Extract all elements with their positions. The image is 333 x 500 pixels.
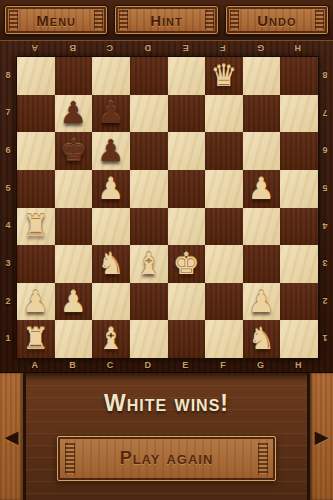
piece-white-king[interactable]: ♚ bbox=[173, 249, 200, 279]
square-c4[interactable] bbox=[92, 208, 130, 246]
square-c3[interactable]: ♞ bbox=[92, 245, 130, 283]
square-d2[interactable] bbox=[130, 283, 168, 321]
square-d6[interactable] bbox=[130, 132, 168, 170]
rank-label-right-4: 4 bbox=[317, 207, 333, 245]
square-b1[interactable] bbox=[55, 320, 93, 358]
square-a3[interactable] bbox=[17, 245, 55, 283]
file-label-bottom-f: F bbox=[204, 357, 242, 373]
piece-white-knight[interactable]: ♞ bbox=[98, 249, 125, 279]
square-a5[interactable] bbox=[17, 170, 55, 208]
square-f5[interactable] bbox=[205, 170, 243, 208]
rank-labels-right: 87654321 bbox=[317, 56, 333, 357]
file-labels-top: ABCDEFGH bbox=[16, 40, 317, 56]
file-label-top-b: B bbox=[54, 40, 92, 56]
square-f4[interactable] bbox=[205, 208, 243, 246]
rank-label-left-4: 4 bbox=[0, 207, 16, 245]
square-h1[interactable] bbox=[280, 320, 318, 358]
right-arrow-icon: ▶ bbox=[315, 428, 329, 446]
piece-white-rook[interactable]: ♜ bbox=[22, 324, 49, 354]
square-e2[interactable] bbox=[168, 283, 206, 321]
file-label-bottom-g: G bbox=[242, 357, 280, 373]
square-f6[interactable] bbox=[205, 132, 243, 170]
file-label-top-d: D bbox=[129, 40, 167, 56]
square-d7[interactable] bbox=[130, 95, 168, 133]
square-c8[interactable] bbox=[92, 57, 130, 95]
square-h7[interactable] bbox=[280, 95, 318, 133]
square-g4[interactable] bbox=[243, 208, 281, 246]
square-c7[interactable]: ♟ bbox=[92, 95, 130, 133]
rank-label-right-1: 1 bbox=[317, 319, 333, 357]
file-label-bottom-b: B bbox=[54, 357, 92, 373]
square-h4[interactable] bbox=[280, 208, 318, 246]
square-a6[interactable] bbox=[17, 132, 55, 170]
rank-label-left-8: 8 bbox=[0, 56, 16, 94]
square-g6[interactable] bbox=[243, 132, 281, 170]
square-a7[interactable] bbox=[17, 95, 55, 133]
top-bar: Menu Hint Undo bbox=[0, 0, 333, 40]
rank-label-right-2: 2 bbox=[317, 282, 333, 320]
piece-white-pawn[interactable]: ♟ bbox=[98, 174, 125, 204]
square-h3[interactable] bbox=[280, 245, 318, 283]
result-panel: ◀ ▶ White wins! Play again bbox=[0, 373, 333, 500]
rank-label-right-3: 3 bbox=[317, 244, 333, 282]
chess-board: ♛♟♟♚♟♟♟♜♞♝♚♟♟♟♜♝♞ bbox=[16, 56, 319, 359]
piece-white-knight[interactable]: ♞ bbox=[248, 324, 275, 354]
rank-label-left-3: 3 bbox=[0, 244, 16, 282]
piece-black-pawn[interactable]: ♟ bbox=[98, 98, 125, 128]
square-d4[interactable] bbox=[130, 208, 168, 246]
status-message: White wins! bbox=[0, 373, 333, 417]
panel-nav-left[interactable]: ◀ bbox=[0, 373, 26, 500]
square-b3[interactable] bbox=[55, 245, 93, 283]
square-h2[interactable] bbox=[280, 283, 318, 321]
square-b7[interactable]: ♟ bbox=[55, 95, 93, 133]
rank-label-left-2: 2 bbox=[0, 282, 16, 320]
square-g2[interactable]: ♟ bbox=[243, 283, 281, 321]
piece-white-pawn[interactable]: ♟ bbox=[248, 174, 275, 204]
file-label-top-h: H bbox=[279, 40, 317, 56]
rank-label-right-6: 6 bbox=[317, 131, 333, 169]
square-b2[interactable]: ♟ bbox=[55, 283, 93, 321]
left-arrow-icon: ◀ bbox=[5, 428, 19, 446]
piece-black-king[interactable]: ♚ bbox=[60, 136, 87, 166]
rank-label-left-5: 5 bbox=[0, 169, 16, 207]
chess-board-frame: ABCDEFGH ABCDEFGH 87654321 87654321 ♛♟♟♚… bbox=[0, 40, 333, 373]
square-a1[interactable]: ♜ bbox=[17, 320, 55, 358]
rank-label-right-8: 8 bbox=[317, 56, 333, 94]
rank-label-left-6: 6 bbox=[0, 131, 16, 169]
rank-label-right-5: 5 bbox=[317, 169, 333, 207]
file-label-top-c: C bbox=[91, 40, 129, 56]
square-e1[interactable] bbox=[168, 320, 206, 358]
square-e5[interactable] bbox=[168, 170, 206, 208]
square-a8[interactable] bbox=[17, 57, 55, 95]
play-again-button[interactable]: Play again bbox=[57, 436, 276, 481]
piece-white-bishop[interactable]: ♝ bbox=[98, 324, 125, 354]
square-g1[interactable]: ♞ bbox=[243, 320, 281, 358]
square-a4[interactable]: ♜ bbox=[17, 208, 55, 246]
square-d8[interactable] bbox=[130, 57, 168, 95]
square-f7[interactable] bbox=[205, 95, 243, 133]
square-h6[interactable] bbox=[280, 132, 318, 170]
file-label-top-f: F bbox=[204, 40, 242, 56]
square-e8[interactable] bbox=[168, 57, 206, 95]
piece-white-bishop[interactable]: ♝ bbox=[135, 249, 162, 279]
file-label-bottom-e: E bbox=[167, 357, 205, 373]
square-b8[interactable] bbox=[55, 57, 93, 95]
rank-label-left-1: 1 bbox=[0, 319, 16, 357]
file-label-top-a: A bbox=[16, 40, 54, 56]
square-g3[interactable] bbox=[243, 245, 281, 283]
file-label-top-g: G bbox=[242, 40, 280, 56]
square-b4[interactable] bbox=[55, 208, 93, 246]
square-c1[interactable]: ♝ bbox=[92, 320, 130, 358]
rank-labels-left: 87654321 bbox=[0, 56, 16, 357]
rank-label-left-7: 7 bbox=[0, 94, 16, 132]
square-a2[interactable]: ♟ bbox=[17, 283, 55, 321]
square-f3[interactable] bbox=[205, 245, 243, 283]
square-d1[interactable] bbox=[130, 320, 168, 358]
piece-black-pawn[interactable]: ♟ bbox=[98, 136, 125, 166]
undo-button[interactable]: Undo bbox=[225, 5, 329, 35]
square-f1[interactable] bbox=[205, 320, 243, 358]
file-label-bottom-a: A bbox=[16, 357, 54, 373]
file-label-top-e: E bbox=[167, 40, 205, 56]
file-labels-bottom: ABCDEFGH bbox=[16, 357, 317, 373]
square-b5[interactable] bbox=[55, 170, 93, 208]
square-e4[interactable] bbox=[168, 208, 206, 246]
square-h5[interactable] bbox=[280, 170, 318, 208]
piece-white-rook[interactable]: ♜ bbox=[22, 211, 49, 241]
panel-nav-right[interactable]: ▶ bbox=[307, 373, 333, 500]
piece-black-pawn[interactable]: ♟ bbox=[60, 98, 87, 128]
square-h8[interactable] bbox=[280, 57, 318, 95]
square-f8[interactable]: ♛ bbox=[205, 57, 243, 95]
square-c2[interactable] bbox=[92, 283, 130, 321]
square-d5[interactable] bbox=[130, 170, 168, 208]
square-g5[interactable]: ♟ bbox=[243, 170, 281, 208]
square-b6[interactable]: ♚ bbox=[55, 132, 93, 170]
rank-label-right-7: 7 bbox=[317, 94, 333, 132]
piece-white-pawn[interactable]: ♟ bbox=[22, 287, 49, 317]
square-e3[interactable]: ♚ bbox=[168, 245, 206, 283]
square-f2[interactable] bbox=[205, 283, 243, 321]
piece-white-pawn[interactable]: ♟ bbox=[248, 287, 275, 317]
square-g7[interactable] bbox=[243, 95, 281, 133]
square-c5[interactable]: ♟ bbox=[92, 170, 130, 208]
piece-white-pawn[interactable]: ♟ bbox=[60, 287, 87, 317]
menu-button[interactable]: Menu bbox=[4, 5, 108, 35]
file-label-bottom-h: H bbox=[279, 357, 317, 373]
square-e7[interactable] bbox=[168, 95, 206, 133]
square-d3[interactable]: ♝ bbox=[130, 245, 168, 283]
hint-button[interactable]: Hint bbox=[114, 5, 218, 35]
chess-app: Menu Hint Undo ABCDEFGH ABCDEFGH 8765432… bbox=[0, 0, 333, 500]
file-label-bottom-d: D bbox=[129, 357, 167, 373]
square-c6[interactable]: ♟ bbox=[92, 132, 130, 170]
square-e6[interactable] bbox=[168, 132, 206, 170]
file-label-bottom-c: C bbox=[91, 357, 129, 373]
piece-white-queen[interactable]: ♛ bbox=[210, 61, 237, 91]
square-g8[interactable] bbox=[243, 57, 281, 95]
